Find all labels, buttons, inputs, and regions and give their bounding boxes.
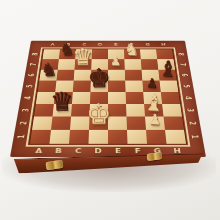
piece-dark-king-d5[interactable]: ♚ [88,65,111,90]
piece-dark-queen-b3[interactable]: ♛ [50,89,74,115]
piece-light-knight-f8[interactable]: ♞ [125,41,140,57]
piece-light-pawn-g2[interactable]: ♟ [149,113,162,127]
piece-light-pawn-e7[interactable]: ♟ [111,56,121,67]
piece-dark-pawn-g5[interactable]: ♟ [146,77,158,90]
piece-dark-knight-a6[interactable]: ♞ [40,61,57,79]
piece-light-king-d2[interactable]: ♚ [86,101,111,128]
piece-dark-bishop-h6[interactable]: ♝ [158,58,178,80]
pieces-layer: ♞♞♛♟♞♝♚♟♛♝♚♟ [0,0,220,220]
scene: AABBCCDDEEFFGGHH1122334455667788 ♞♞♛♟♞♝♚… [0,0,220,220]
